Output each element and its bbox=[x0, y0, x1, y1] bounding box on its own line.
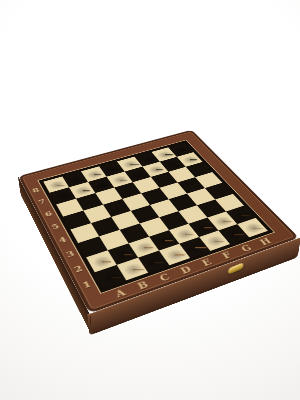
square-e7[interactable] bbox=[125, 167, 151, 183]
square-a8[interactable] bbox=[43, 176, 69, 192]
square-a7[interactable] bbox=[50, 187, 76, 204]
square-b7[interactable] bbox=[69, 182, 95, 199]
square-h8[interactable] bbox=[168, 143, 193, 157]
piece-shadow bbox=[91, 179, 112, 191]
piece-shadow bbox=[65, 174, 85, 186]
piece-shadow bbox=[128, 169, 148, 181]
king-glyph: ♚ bbox=[112, 119, 147, 172]
square-g6[interactable] bbox=[168, 167, 195, 183]
piece-shadow bbox=[145, 164, 165, 175]
queen-glyph: ♛ bbox=[96, 128, 129, 177]
piece-shadow bbox=[102, 164, 122, 175]
square-h5[interactable] bbox=[195, 172, 222, 188]
piece-shadow bbox=[53, 190, 74, 203]
bishop-glyph: ♝ bbox=[133, 125, 160, 166]
square-h6[interactable] bbox=[186, 162, 213, 177]
piece-shadow bbox=[72, 184, 93, 196]
pawn-glyph: ♟ bbox=[52, 168, 73, 200]
square-c7[interactable] bbox=[88, 177, 114, 193]
square-d6[interactable] bbox=[114, 182, 141, 199]
piece-shadow bbox=[46, 179, 66, 191]
piece-shadow bbox=[163, 159, 183, 170]
square-e8[interactable] bbox=[117, 157, 142, 172]
square-c8[interactable] bbox=[81, 166, 107, 182]
brass-latch-icon[interactable] bbox=[228, 262, 243, 275]
square-d8[interactable] bbox=[99, 161, 125, 176]
chess-board: ABCDEFGH 87654321 ♜♞♝♛♚♝♞♜♟♟♟♟♟♟♟♟♟♟♟♟♟♟… bbox=[18, 130, 299, 314]
piece-shadow bbox=[154, 149, 174, 160]
rank-label-1: 1 bbox=[79, 275, 95, 294]
piece-shadow bbox=[137, 154, 157, 165]
rook-glyph: ♜ bbox=[44, 153, 69, 190]
square-e6[interactable] bbox=[133, 177, 160, 193]
square-g7[interactable] bbox=[160, 157, 186, 172]
pawn-glyph: ♟ bbox=[127, 148, 148, 179]
square-f6[interactable] bbox=[151, 172, 178, 188]
scene: ABCDEFGH 87654321 ♜♞♝♛♚♝♞♜♟♟♟♟♟♟♟♟♟♟♟♟♟♟… bbox=[0, 0, 300, 400]
square-d7[interactable] bbox=[107, 172, 133, 188]
square-g8[interactable] bbox=[151, 147, 176, 161]
square-b8[interactable] bbox=[62, 171, 88, 187]
chess-set-photo: ABCDEFGH 87654321 ♜♞♝♛♚♝♞♜♟♟♟♟♟♟♟♟♟♟♟♟♟♟… bbox=[0, 0, 300, 400]
piece-shadow bbox=[120, 159, 140, 170]
piece-shadow bbox=[110, 174, 130, 186]
square-f8[interactable] bbox=[134, 152, 159, 167]
piece-shadow bbox=[180, 154, 200, 165]
square-h7[interactable] bbox=[177, 152, 203, 167]
rank-label-8: 8 bbox=[29, 184, 42, 197]
square-c6[interactable] bbox=[95, 188, 122, 205]
pawn-glyph: ♟ bbox=[163, 139, 183, 169]
pawn-glyph: ♟ bbox=[180, 134, 200, 164]
pawn-glyph: ♟ bbox=[71, 163, 92, 195]
bishop-glyph: ♝ bbox=[80, 139, 108, 181]
pawn-glyph: ♟ bbox=[145, 143, 165, 174]
square-f7[interactable] bbox=[142, 162, 168, 177]
rook-glyph: ♜ bbox=[169, 121, 192, 156]
piece-shadow bbox=[171, 145, 191, 155]
knight-glyph: ♞ bbox=[151, 122, 177, 161]
piece-shadow bbox=[84, 169, 104, 181]
knight-glyph: ♞ bbox=[62, 145, 89, 186]
pawn-glyph: ♟ bbox=[109, 153, 130, 184]
pawn-glyph: ♟ bbox=[91, 158, 112, 190]
